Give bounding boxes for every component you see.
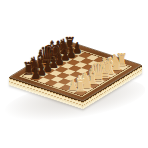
chess-set-photo: ♜♟♟♜♞♟♟♞♝♟♟♝♚♟♟♚♛♟♟♛♝♟♟♝♞♟♟♞♜♟♟♜ [0,0,148,148]
piece-white-rook: ♜ [116,52,128,70]
square-a1: ♜ [74,90,87,96]
